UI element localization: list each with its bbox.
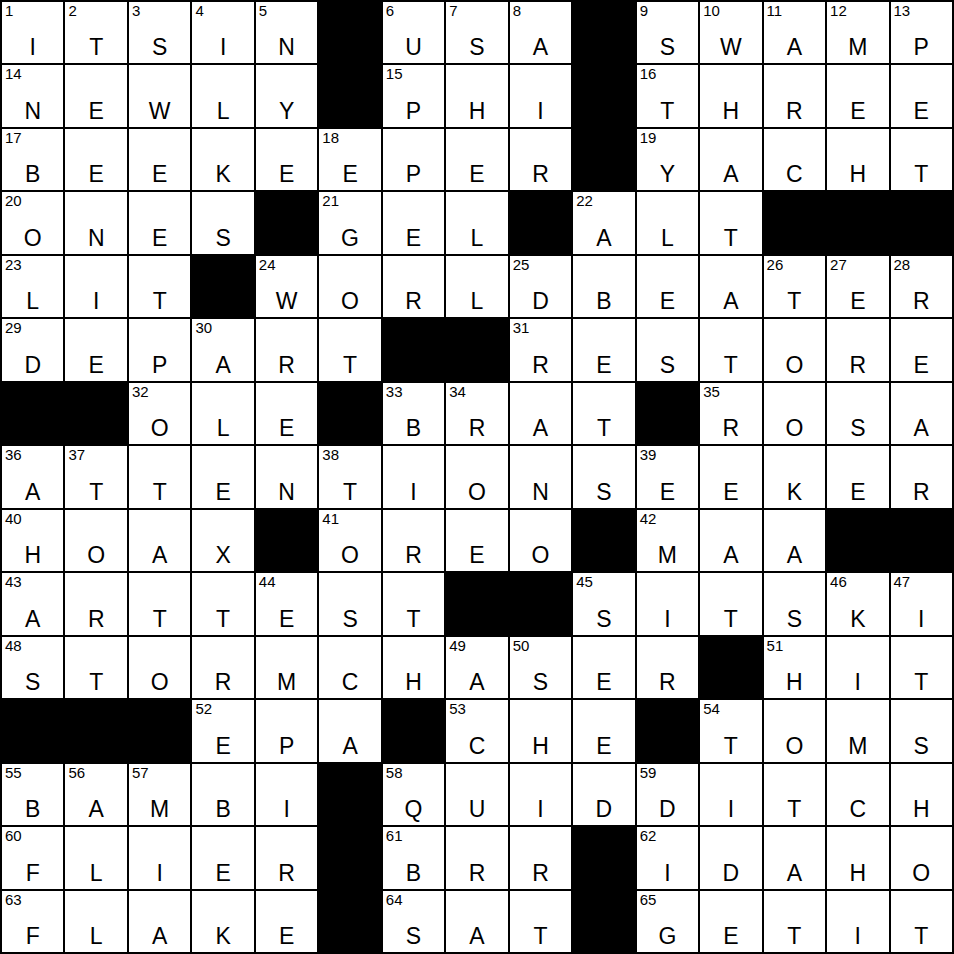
grid-cell[interactable]: 38T <box>319 446 380 507</box>
grid-cell[interactable]: L <box>192 65 253 126</box>
grid-cell[interactable]: 6U <box>383 2 444 63</box>
grid-cell[interactable]: K <box>764 446 825 507</box>
grid-cell[interactable]: 25D <box>510 256 571 317</box>
grid-cell[interactable]: E <box>256 891 317 952</box>
grid-cell[interactable]: R <box>637 637 698 698</box>
grid-cell[interactable]: 21G <box>319 192 380 253</box>
clue-number: 8 <box>513 3 521 20</box>
clue-number: 33 <box>386 384 403 401</box>
grid-cell[interactable]: R <box>827 319 888 380</box>
grid-cell[interactable]: N <box>256 446 317 507</box>
grid-cell[interactable]: T <box>700 573 761 634</box>
grid-cell[interactable]: L <box>446 256 507 317</box>
grid-cell[interactable]: T <box>764 891 825 952</box>
grid-cell[interactable]: 39E <box>637 446 698 507</box>
cell-letter: E <box>65 100 126 123</box>
clue-number: 53 <box>449 701 466 718</box>
grid-cell[interactable]: H <box>827 827 888 888</box>
grid-cell[interactable]: O <box>764 700 825 761</box>
cell-letter: S <box>637 36 698 59</box>
grid-cell[interactable]: O <box>319 256 380 317</box>
black-cell <box>764 192 825 253</box>
grid-cell[interactable]: T <box>319 319 380 380</box>
grid-cell[interactable]: O <box>764 319 825 380</box>
grid-cell[interactable]: 32O <box>129 383 190 444</box>
cell-letter: I <box>383 481 444 504</box>
grid-cell[interactable]: T <box>129 573 190 634</box>
grid-cell[interactable]: 44E <box>256 573 317 634</box>
grid-cell[interactable]: 7S <box>446 2 507 63</box>
grid-cell[interactable]: E <box>65 65 126 126</box>
cell-letter: N <box>65 227 126 250</box>
grid-cell[interactable]: I <box>129 827 190 888</box>
cell-letter: H <box>700 100 761 123</box>
grid-cell[interactable]: B <box>573 256 634 317</box>
grid-cell[interactable]: 26T <box>764 256 825 317</box>
grid-cell[interactable]: O <box>764 383 825 444</box>
grid-cell[interactable]: S <box>891 700 952 761</box>
cell-letter: R <box>383 290 444 313</box>
grid-cell[interactable]: E <box>573 319 634 380</box>
grid-cell[interactable]: E <box>446 510 507 571</box>
grid-cell[interactable]: 53C <box>446 700 507 761</box>
grid-cell[interactable]: M <box>256 637 317 698</box>
grid-cell[interactable]: 58Q <box>383 764 444 825</box>
black-cell <box>510 192 571 253</box>
grid-cell[interactable]: E <box>129 129 190 190</box>
grid-cell[interactable]: I <box>827 637 888 698</box>
grid-cell[interactable]: O <box>65 510 126 571</box>
cell-letter: K <box>192 925 253 948</box>
grid-cell[interactable]: H <box>446 65 507 126</box>
grid-cell[interactable]: E <box>827 65 888 126</box>
cell-letter: L <box>2 290 63 313</box>
grid-cell[interactable]: 64S <box>383 891 444 952</box>
clue-number: 56 <box>68 765 85 782</box>
grid-cell[interactable]: R <box>256 827 317 888</box>
grid-cell[interactable]: S <box>192 192 253 253</box>
grid-cell[interactable]: 37T <box>65 446 126 507</box>
grid-cell[interactable]: A <box>700 129 761 190</box>
grid-cell[interactable]: I <box>510 65 571 126</box>
cell-letter: E <box>319 163 380 186</box>
cell-letter: E <box>192 862 253 885</box>
grid-cell[interactable]: O <box>129 637 190 698</box>
grid-cell[interactable]: 49A <box>446 637 507 698</box>
grid-cell[interactable]: 42M <box>637 510 698 571</box>
grid-cell[interactable]: W <box>129 65 190 126</box>
clue-number: 59 <box>640 765 657 782</box>
grid-cell[interactable]: 36A <box>2 446 63 507</box>
grid-cell[interactable]: R <box>764 65 825 126</box>
grid-cell[interactable]: E <box>573 637 634 698</box>
black-cell <box>891 192 952 253</box>
cell-letter: U <box>446 798 507 821</box>
grid-cell[interactable]: H <box>700 65 761 126</box>
cell-letter: B <box>383 417 444 440</box>
grid-cell[interactable]: 10W <box>700 2 761 63</box>
cell-letter: T <box>891 671 952 694</box>
cell-letter: E <box>192 481 253 504</box>
cell-letter: T <box>700 735 761 758</box>
cell-letter: T <box>129 290 190 313</box>
grid-cell[interactable]: 46K <box>827 573 888 634</box>
cell-letter: I <box>891 608 952 631</box>
grid-cell[interactable]: 3S <box>129 2 190 63</box>
clue-number: 34 <box>449 384 466 401</box>
grid-cell[interactable]: 48S <box>2 637 63 698</box>
grid-cell[interactable]: I <box>637 573 698 634</box>
grid-cell[interactable]: T <box>383 573 444 634</box>
grid-cell[interactable]: 1I <box>2 2 63 63</box>
cell-letter: A <box>65 798 126 821</box>
clue-number: 61 <box>386 828 403 845</box>
grid-cell[interactable]: A <box>700 510 761 571</box>
cell-letter: N <box>256 36 317 59</box>
grid-cell[interactable]: E <box>700 446 761 507</box>
cell-letter: T <box>700 608 761 631</box>
grid-cell[interactable]: N <box>65 192 126 253</box>
black-cell <box>2 700 63 761</box>
cell-letter: S <box>510 671 571 694</box>
crossword-grid: 1I2T3S4I5N6U7S8A9S10W11A12M13P14NEWLY15P… <box>0 0 954 954</box>
grid-cell[interactable]: L <box>65 827 126 888</box>
cell-letter: Q <box>383 798 444 821</box>
grid-cell[interactable]: 4I <box>192 2 253 63</box>
cell-letter: E <box>129 227 190 250</box>
grid-cell[interactable]: E <box>891 65 952 126</box>
grid-cell[interactable]: E <box>383 192 444 253</box>
clue-number: 3 <box>132 3 140 20</box>
grid-cell[interactable]: H <box>827 129 888 190</box>
clue-number: 9 <box>640 3 648 20</box>
black-cell <box>65 383 126 444</box>
cell-letter: R <box>446 417 507 440</box>
grid-cell[interactable]: C <box>319 637 380 698</box>
grid-cell[interactable]: T <box>129 256 190 317</box>
grid-cell[interactable]: T <box>700 192 761 253</box>
cell-letter: T <box>510 925 571 948</box>
grid-cell[interactable]: 19Y <box>637 129 698 190</box>
grid-cell[interactable]: A <box>510 383 571 444</box>
grid-cell[interactable]: A <box>129 510 190 571</box>
clue-number: 62 <box>640 828 657 845</box>
grid-cell[interactable]: T <box>891 129 952 190</box>
clue-number: 43 <box>5 574 22 591</box>
cell-letter: N <box>2 100 63 123</box>
cell-letter: X <box>192 544 253 567</box>
cell-letter: L <box>446 227 507 250</box>
grid-cell[interactable]: T <box>573 383 634 444</box>
grid-cell[interactable]: T <box>764 764 825 825</box>
grid-cell[interactable]: S <box>764 573 825 634</box>
cell-letter: B <box>2 163 63 186</box>
cell-letter: R <box>891 290 952 313</box>
cell-letter: H <box>764 671 825 694</box>
grid-cell[interactable]: O <box>891 827 952 888</box>
grid-cell[interactable]: E <box>891 319 952 380</box>
cell-letter: D <box>573 798 634 821</box>
grid-cell[interactable]: 20O <box>2 192 63 253</box>
grid-cell[interactable]: 31R <box>510 319 571 380</box>
grid-cell[interactable]: X <box>192 510 253 571</box>
grid-cell[interactable]: 55B <box>2 764 63 825</box>
clue-number: 14 <box>5 66 22 83</box>
grid-cell[interactable]: H <box>510 700 571 761</box>
grid-cell[interactable]: S <box>637 319 698 380</box>
cell-letter: E <box>827 100 888 123</box>
clue-number: 12 <box>830 3 847 20</box>
grid-cell[interactable]: 14N <box>2 65 63 126</box>
cell-letter: N <box>256 481 317 504</box>
grid-cell[interactable]: E <box>256 129 317 190</box>
grid-cell[interactable]: R <box>65 573 126 634</box>
clue-number: 64 <box>386 892 403 909</box>
grid-cell[interactable]: O <box>510 510 571 571</box>
grid-cell[interactable]: 16T <box>637 65 698 126</box>
cell-letter: R <box>510 163 571 186</box>
grid-cell[interactable]: 61B <box>383 827 444 888</box>
grid-cell[interactable]: 15P <box>383 65 444 126</box>
grid-cell[interactable]: 9S <box>637 2 698 63</box>
cell-letter: R <box>510 862 571 885</box>
grid-cell[interactable]: 41O <box>319 510 380 571</box>
black-cell <box>637 700 698 761</box>
cell-letter: L <box>446 290 507 313</box>
grid-cell[interactable]: T <box>510 891 571 952</box>
cell-letter: R <box>637 671 698 694</box>
cell-letter: T <box>637 100 698 123</box>
grid-cell[interactable]: A <box>700 256 761 317</box>
black-cell <box>573 129 634 190</box>
cell-letter: E <box>383 227 444 250</box>
grid-cell[interactable]: E <box>192 827 253 888</box>
clue-number: 37 <box>68 447 85 464</box>
grid-cell[interactable]: L <box>65 891 126 952</box>
grid-cell[interactable]: 65G <box>637 891 698 952</box>
black-cell <box>319 65 380 126</box>
cell-letter: S <box>192 227 253 250</box>
cell-letter: C <box>827 798 888 821</box>
cell-letter: K <box>764 481 825 504</box>
grid-cell[interactable]: R <box>510 827 571 888</box>
cell-letter: C <box>446 735 507 758</box>
grid-cell[interactable]: 51H <box>764 637 825 698</box>
grid-cell[interactable]: 54T <box>700 700 761 761</box>
cell-letter: A <box>700 290 761 313</box>
grid-cell[interactable]: L <box>446 192 507 253</box>
grid-cell[interactable]: E <box>192 446 253 507</box>
grid-cell[interactable]: 43A <box>2 573 63 634</box>
cell-letter: I <box>637 862 698 885</box>
cell-letter: R <box>192 671 253 694</box>
grid-cell[interactable]: S <box>827 383 888 444</box>
grid-cell[interactable]: 12M <box>827 2 888 63</box>
grid-cell[interactable]: E <box>65 129 126 190</box>
grid-cell[interactable]: R <box>256 319 317 380</box>
grid-cell[interactable]: 17B <box>2 129 63 190</box>
grid-cell[interactable]: I <box>65 256 126 317</box>
cell-letter: S <box>573 608 634 631</box>
clue-number: 65 <box>640 892 657 909</box>
clue-number: 42 <box>640 511 657 528</box>
grid-cell[interactable]: T <box>700 319 761 380</box>
grid-cell[interactable]: 5N <box>256 2 317 63</box>
grid-cell[interactable]: T <box>192 573 253 634</box>
grid-cell[interactable]: P <box>129 319 190 380</box>
cell-letter: T <box>573 417 634 440</box>
grid-cell[interactable]: I <box>827 891 888 952</box>
grid-cell[interactable]: T <box>891 891 952 952</box>
black-cell <box>319 2 380 63</box>
grid-cell[interactable]: 40H <box>2 510 63 571</box>
grid-cell[interactable]: I <box>256 764 317 825</box>
grid-cell[interactable]: A <box>129 891 190 952</box>
grid-cell[interactable]: C <box>827 764 888 825</box>
clue-number: 10 <box>703 3 720 20</box>
clue-number: 24 <box>259 257 276 274</box>
cell-letter: D <box>2 354 63 377</box>
grid-cell[interactable]: 47I <box>891 573 952 634</box>
grid-cell[interactable]: H <box>383 637 444 698</box>
grid-cell[interactable]: P <box>383 129 444 190</box>
clue-number: 4 <box>195 3 203 20</box>
grid-cell[interactable]: 52E <box>192 700 253 761</box>
grid-cell[interactable]: S <box>573 446 634 507</box>
grid-cell[interactable]: T <box>65 637 126 698</box>
clue-number: 30 <box>195 320 212 337</box>
grid-cell[interactable]: 35R <box>700 383 761 444</box>
grid-cell[interactable]: 57M <box>129 764 190 825</box>
grid-cell[interactable]: E <box>700 891 761 952</box>
cell-letter: T <box>891 163 952 186</box>
grid-cell[interactable]: L <box>192 383 253 444</box>
grid-cell[interactable]: S <box>319 573 380 634</box>
grid-cell[interactable]: R <box>383 510 444 571</box>
grid-cell[interactable]: R <box>510 129 571 190</box>
cell-letter: T <box>764 925 825 948</box>
clue-number: 2 <box>68 3 76 20</box>
grid-cell[interactable]: 28R <box>891 256 952 317</box>
grid-cell[interactable]: A <box>446 891 507 952</box>
grid-cell[interactable]: 29D <box>2 319 63 380</box>
grid-cell[interactable]: T <box>891 637 952 698</box>
cell-letter: A <box>764 36 825 59</box>
grid-cell[interactable]: A <box>319 700 380 761</box>
grid-cell[interactable]: 60F <box>2 827 63 888</box>
grid-cell[interactable]: E <box>256 383 317 444</box>
grid-cell[interactable]: 50S <box>510 637 571 698</box>
cell-letter: D <box>510 290 571 313</box>
grid-cell[interactable]: N <box>510 446 571 507</box>
grid-cell[interactable]: M <box>827 700 888 761</box>
grid-cell[interactable]: 63F <box>2 891 63 952</box>
grid-cell[interactable]: O <box>446 446 507 507</box>
cell-letter: D <box>700 862 761 885</box>
grid-cell[interactable]: R <box>446 827 507 888</box>
grid-cell[interactable]: 56A <box>65 764 126 825</box>
grid-cell[interactable]: 8A <box>510 2 571 63</box>
grid-cell[interactable]: B <box>192 764 253 825</box>
clue-number: 11 <box>767 3 783 20</box>
grid-cell[interactable]: 59D <box>637 764 698 825</box>
cell-letter: M <box>129 798 190 821</box>
cell-letter: P <box>129 354 190 377</box>
grid-cell[interactable]: 33B <box>383 383 444 444</box>
grid-cell[interactable]: 18E <box>319 129 380 190</box>
grid-cell[interactable]: D <box>700 827 761 888</box>
grid-cell[interactable]: Y <box>256 65 317 126</box>
grid-cell[interactable]: A <box>764 827 825 888</box>
grid-cell[interactable]: P <box>256 700 317 761</box>
grid-cell[interactable]: R <box>383 256 444 317</box>
grid-cell[interactable]: I <box>383 446 444 507</box>
cell-letter: T <box>383 608 444 631</box>
cell-letter: S <box>764 608 825 631</box>
grid-cell[interactable]: C <box>764 129 825 190</box>
grid-cell[interactable]: U <box>446 764 507 825</box>
grid-cell[interactable]: L <box>637 192 698 253</box>
grid-cell[interactable]: 22A <box>573 192 634 253</box>
cell-letter: A <box>2 608 63 631</box>
grid-cell[interactable]: E <box>446 129 507 190</box>
cell-letter: D <box>637 798 698 821</box>
grid-cell[interactable]: A <box>764 510 825 571</box>
grid-cell[interactable]: 27E <box>827 256 888 317</box>
grid-cell[interactable]: T <box>129 446 190 507</box>
cell-letter: T <box>65 481 126 504</box>
grid-cell[interactable]: D <box>573 764 634 825</box>
black-cell <box>573 65 634 126</box>
grid-cell[interactable]: E <box>637 256 698 317</box>
cell-letter: O <box>764 417 825 440</box>
grid-cell[interactable]: E <box>129 192 190 253</box>
grid-cell[interactable]: K <box>192 129 253 190</box>
grid-cell[interactable]: R <box>192 637 253 698</box>
cell-letter: A <box>573 227 634 250</box>
grid-cell[interactable]: 23L <box>2 256 63 317</box>
cell-letter: T <box>764 798 825 821</box>
clue-number: 63 <box>5 892 22 909</box>
grid-cell[interactable]: 13P <box>891 2 952 63</box>
cell-letter: O <box>2 227 63 250</box>
grid-cell[interactable]: E <box>573 700 634 761</box>
grid-cell[interactable]: 30A <box>192 319 253 380</box>
grid-cell[interactable]: I <box>510 764 571 825</box>
grid-cell[interactable]: 24W <box>256 256 317 317</box>
grid-cell[interactable]: R <box>891 446 952 507</box>
grid-cell[interactable]: H <box>891 764 952 825</box>
black-cell <box>256 510 317 571</box>
grid-cell[interactable]: E <box>827 446 888 507</box>
black-cell <box>573 510 634 571</box>
cell-letter: P <box>256 735 317 758</box>
grid-cell[interactable]: 2T <box>65 2 126 63</box>
cell-letter: G <box>637 925 698 948</box>
cell-letter: W <box>700 36 761 59</box>
grid-cell[interactable]: 62I <box>637 827 698 888</box>
grid-cell[interactable]: A <box>891 383 952 444</box>
grid-cell[interactable]: 34R <box>446 383 507 444</box>
clue-number: 20 <box>5 193 22 210</box>
grid-cell[interactable]: I <box>700 764 761 825</box>
cell-letter: R <box>510 354 571 377</box>
grid-cell[interactable]: E <box>65 319 126 380</box>
grid-cell[interactable]: 11A <box>764 2 825 63</box>
grid-cell[interactable]: K <box>192 891 253 952</box>
cell-letter: O <box>319 544 380 567</box>
grid-cell[interactable]: 45S <box>573 573 634 634</box>
